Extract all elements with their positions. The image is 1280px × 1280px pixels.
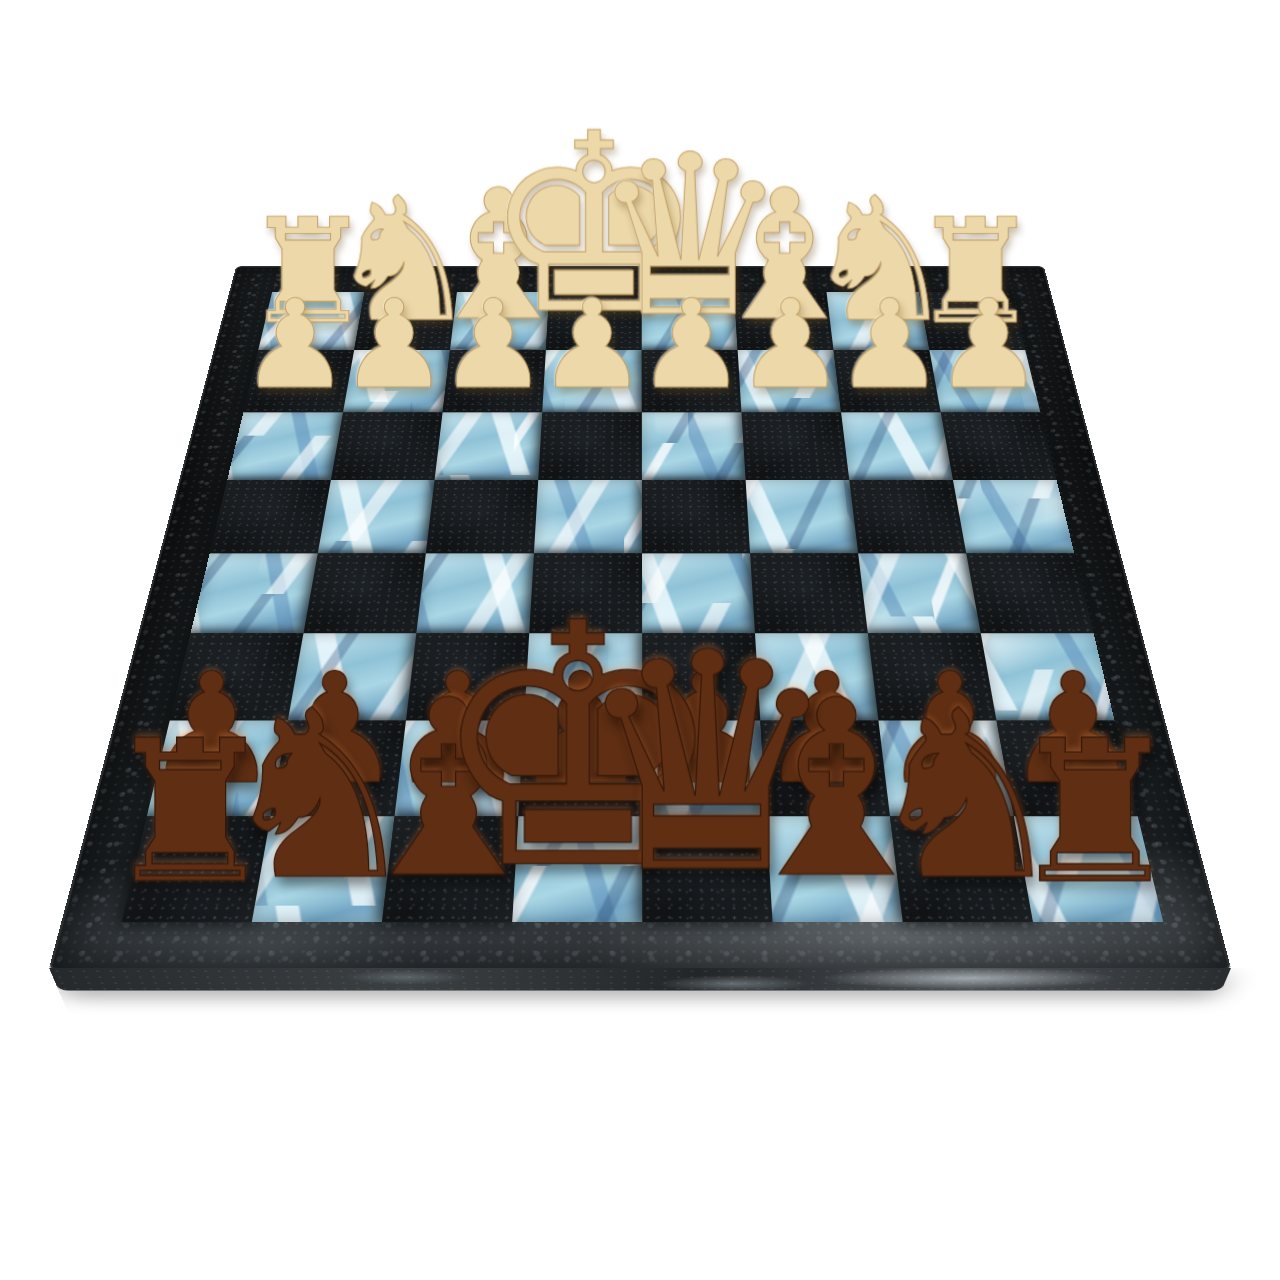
square-b8[interactable]: ♞ (890, 816, 1033, 922)
board-front-edge (49, 968, 1231, 990)
square-f4[interactable] (426, 480, 538, 553)
board-scene: ♜♞♝♚♛♝♞♜♟♟♟♟♟♟♟♟♟♟♟♟♟♟♟♟♜♞♝♚♛♝♞♜ (160, 72, 1120, 1032)
square-g5[interactable] (303, 553, 425, 633)
chess-board: ♜♞♝♚♛♝♞♜♟♟♟♟♟♟♟♟♟♟♟♟♟♟♟♟♜♞♝♚♛♝♞♜ (48, 266, 1231, 970)
square-h5[interactable] (191, 553, 318, 633)
square-c2[interactable]: ♟ (738, 350, 841, 413)
square-h3[interactable] (227, 412, 343, 480)
square-c4[interactable] (746, 480, 859, 553)
piece-white-pawn[interactable]: ♟ (735, 287, 845, 404)
piece-white-pawn[interactable]: ♟ (438, 287, 548, 404)
board-squares-grid: ♜♞♝♚♛♝♞♜♟♟♟♟♟♟♟♟♟♟♟♟♟♟♟♟♜♞♝♚♛♝♞♜ (122, 292, 1164, 922)
piece-black-knight[interactable]: ♞ (215, 686, 423, 907)
piece-white-pawn[interactable]: ♟ (834, 287, 944, 404)
piece-white-pawn[interactable]: ♟ (339, 287, 449, 404)
square-d8[interactable]: ♛ (642, 816, 772, 922)
square-d3[interactable] (642, 412, 746, 480)
square-a3[interactable] (941, 412, 1057, 480)
square-f3[interactable] (435, 412, 543, 480)
square-b5[interactable] (858, 553, 981, 633)
square-a5[interactable] (966, 553, 1093, 633)
piece-white-pawn[interactable]: ♟ (537, 287, 647, 404)
product-photo-background: ♜♞♝♚♛♝♞♜♟♟♟♟♟♟♟♟♟♟♟♟♟♟♟♟♜♞♝♚♛♝♞♜ (0, 0, 1280, 1280)
piece-black-knight[interactable]: ♞ (861, 686, 1069, 907)
square-e3[interactable] (538, 412, 642, 480)
square-h2[interactable]: ♟ (243, 350, 354, 413)
square-c3[interactable] (741, 412, 849, 480)
square-g8[interactable]: ♞ (252, 816, 395, 922)
piece-white-pawn[interactable]: ♟ (934, 287, 1044, 404)
piece-white-pawn[interactable]: ♟ (636, 287, 746, 404)
square-e4[interactable] (534, 480, 642, 553)
piece-white-pawn[interactable]: ♟ (240, 287, 350, 404)
square-g4[interactable] (318, 480, 435, 553)
square-d4[interactable] (642, 480, 750, 553)
square-b4[interactable] (849, 480, 966, 553)
square-f2[interactable]: ♟ (443, 350, 546, 413)
square-e2[interactable]: ♟ (542, 350, 642, 413)
square-g2[interactable]: ♟ (343, 350, 450, 413)
square-a4[interactable] (953, 480, 1074, 553)
square-h4[interactable] (210, 480, 331, 553)
square-g3[interactable] (331, 412, 443, 480)
square-b3[interactable] (841, 412, 953, 480)
square-b2[interactable]: ♟ (834, 350, 941, 413)
square-d2[interactable]: ♟ (642, 350, 742, 413)
square-a2[interactable]: ♟ (929, 350, 1040, 413)
piece-black-queen[interactable]: ♛ (572, 620, 842, 907)
